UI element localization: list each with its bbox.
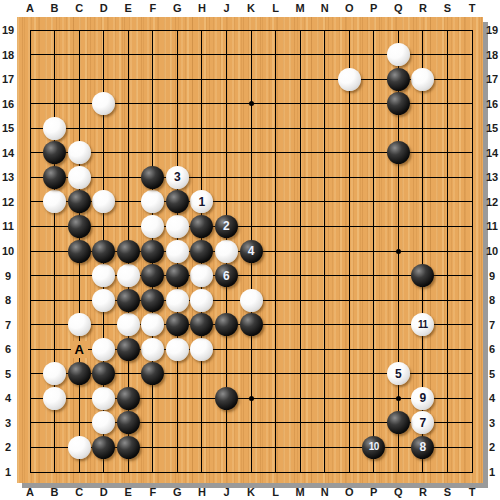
column-label-bottom-E: E xyxy=(119,484,137,500)
column-label-top-M: M xyxy=(291,0,309,16)
white-stone-F12[interactable] xyxy=(141,190,164,213)
white-stone-G8[interactable] xyxy=(166,289,189,312)
white-stone-R4[interactable]: 9 xyxy=(411,387,434,410)
black-stone-R9[interactable] xyxy=(411,264,434,287)
row-label-left-15: 15 xyxy=(0,120,16,136)
black-stone-H10[interactable] xyxy=(190,240,213,263)
row-label-right-17: 17 xyxy=(484,71,500,87)
column-label-top-J: J xyxy=(217,0,235,16)
row-label-left-18: 18 xyxy=(0,47,16,63)
black-stone-E2[interactable] xyxy=(117,436,140,459)
white-stone-G10[interactable] xyxy=(166,240,189,263)
row-label-left-8: 8 xyxy=(0,292,16,308)
black-stone-K7[interactable] xyxy=(240,313,263,336)
column-label-bottom-C: C xyxy=(70,484,88,500)
row-label-left-4: 4 xyxy=(0,390,16,406)
column-label-top-E: E xyxy=(119,0,137,16)
row-label-left-13: 13 xyxy=(0,169,16,185)
white-stone-G13[interactable]: 3 xyxy=(166,166,189,189)
white-stone-Q5[interactable]: 5 xyxy=(387,362,410,385)
black-stone-Q14[interactable] xyxy=(387,141,410,164)
black-stone-H7[interactable] xyxy=(190,313,213,336)
grid-line-vertical xyxy=(349,30,350,473)
move-number-label: 6 xyxy=(223,270,230,282)
white-stone-H6[interactable] xyxy=(190,338,213,361)
column-label-top-K: K xyxy=(242,0,260,16)
column-label-bottom-J: J xyxy=(217,484,235,500)
white-stone-D3[interactable] xyxy=(92,411,115,434)
column-label-bottom-R: R xyxy=(414,484,432,500)
column-label-bottom-P: P xyxy=(365,484,383,500)
row-label-right-10: 10 xyxy=(484,243,500,259)
move-number-label: 7 xyxy=(420,417,427,429)
black-stone-J11[interactable]: 2 xyxy=(215,215,238,238)
column-label-top-P: P xyxy=(365,0,383,16)
row-label-left-7: 7 xyxy=(0,317,16,333)
white-stone-D4[interactable] xyxy=(92,387,115,410)
white-stone-K8[interactable] xyxy=(240,289,263,312)
column-label-bottom-Q: Q xyxy=(389,484,407,500)
column-label-bottom-M: M xyxy=(291,484,309,500)
row-label-right-4: 4 xyxy=(484,390,500,406)
column-label-top-R: R xyxy=(414,0,432,16)
grid-line-vertical xyxy=(472,30,473,473)
black-stone-B14[interactable] xyxy=(43,141,66,164)
column-label-bottom-N: N xyxy=(316,484,334,500)
move-number-label: 1 xyxy=(199,196,206,208)
black-stone-B13[interactable] xyxy=(43,166,66,189)
column-label-bottom-O: O xyxy=(340,484,358,500)
white-stone-F7[interactable] xyxy=(141,313,164,336)
white-stone-E7[interactable] xyxy=(117,313,140,336)
move-number-label: 8 xyxy=(420,441,427,453)
column-label-bottom-F: F xyxy=(144,484,162,500)
column-label-bottom-D: D xyxy=(95,484,113,500)
row-label-right-12: 12 xyxy=(484,194,500,210)
white-stone-B4[interactable] xyxy=(43,387,66,410)
column-label-bottom-A: A xyxy=(21,484,39,500)
column-label-top-O: O xyxy=(340,0,358,16)
column-label-top-G: G xyxy=(168,0,186,16)
black-stone-E3[interactable] xyxy=(117,411,140,434)
white-stone-C13[interactable] xyxy=(68,166,91,189)
row-label-right-15: 15 xyxy=(484,120,500,136)
white-stone-D8[interactable] xyxy=(92,289,115,312)
column-label-bottom-K: K xyxy=(242,484,260,500)
row-label-left-10: 10 xyxy=(0,243,16,259)
white-stone-J10[interactable] xyxy=(215,240,238,263)
row-label-left-19: 19 xyxy=(0,22,16,38)
column-label-top-B: B xyxy=(46,0,64,16)
column-label-bottom-S: S xyxy=(438,484,456,500)
row-label-left-16: 16 xyxy=(0,96,16,112)
move-number-label: 9 xyxy=(420,392,427,404)
star-point xyxy=(396,249,401,254)
column-label-bottom-H: H xyxy=(193,484,211,500)
black-stone-C11[interactable] xyxy=(68,215,91,238)
white-stone-B5[interactable] xyxy=(43,362,66,385)
black-stone-G12[interactable] xyxy=(166,190,189,213)
column-label-top-S: S xyxy=(438,0,456,16)
column-label-top-N: N xyxy=(316,0,334,16)
row-label-right-3: 3 xyxy=(484,415,500,431)
column-label-top-C: C xyxy=(70,0,88,16)
white-stone-Q18[interactable] xyxy=(387,43,410,66)
black-stone-F10[interactable] xyxy=(141,240,164,263)
move-number-label: 2 xyxy=(223,220,230,232)
row-label-left-1: 1 xyxy=(0,464,16,480)
column-label-top-D: D xyxy=(95,0,113,16)
black-stone-D2[interactable] xyxy=(92,436,115,459)
row-label-right-6: 6 xyxy=(484,341,500,357)
row-label-left-17: 17 xyxy=(0,71,16,87)
row-label-left-14: 14 xyxy=(0,145,16,161)
white-stone-H12[interactable]: 1 xyxy=(190,190,213,213)
black-stone-E10[interactable] xyxy=(117,240,140,263)
star-point xyxy=(249,396,254,401)
column-label-bottom-L: L xyxy=(267,484,285,500)
white-stone-O17[interactable] xyxy=(338,68,361,91)
point-label-A-C6: A xyxy=(71,341,88,358)
white-stone-G6[interactable] xyxy=(166,338,189,361)
column-label-bottom-G: G xyxy=(168,484,186,500)
white-stone-D16[interactable] xyxy=(92,92,115,115)
row-label-right-14: 14 xyxy=(484,145,500,161)
white-stone-C14[interactable] xyxy=(68,141,91,164)
row-label-left-9: 9 xyxy=(0,268,16,284)
black-stone-K10[interactable]: 4 xyxy=(240,240,263,263)
white-stone-C7[interactable] xyxy=(68,313,91,336)
black-stone-P2[interactable]: 10 xyxy=(362,436,385,459)
move-number-label: 11 xyxy=(418,320,428,330)
white-stone-D9[interactable] xyxy=(92,264,115,287)
row-label-right-13: 13 xyxy=(484,169,500,185)
row-label-right-8: 8 xyxy=(484,292,500,308)
column-label-top-Q: Q xyxy=(389,0,407,16)
row-label-right-16: 16 xyxy=(484,96,500,112)
white-stone-D12[interactable] xyxy=(92,190,115,213)
column-label-top-H: H xyxy=(193,0,211,16)
black-stone-Q16[interactable] xyxy=(387,92,410,115)
row-label-left-5: 5 xyxy=(0,366,16,382)
move-number-label: 4 xyxy=(248,245,255,257)
black-stone-R2[interactable]: 8 xyxy=(411,436,434,459)
column-label-top-F: F xyxy=(144,0,162,16)
white-stone-H9[interactable] xyxy=(190,264,213,287)
move-number-label: 10 xyxy=(369,442,379,452)
grid-line-vertical xyxy=(373,30,374,473)
black-stone-C12[interactable] xyxy=(68,190,91,213)
white-stone-D6[interactable] xyxy=(92,338,115,361)
column-label-top-A: A xyxy=(21,0,39,16)
column-label-bottom-B: B xyxy=(46,484,64,500)
black-stone-Q3[interactable] xyxy=(387,411,410,434)
row-label-right-18: 18 xyxy=(484,47,500,63)
black-stone-H11[interactable] xyxy=(190,215,213,238)
grid-line-vertical xyxy=(324,30,325,473)
row-label-right-7: 7 xyxy=(484,317,500,333)
row-label-right-11: 11 xyxy=(484,218,500,234)
black-stone-F13[interactable] xyxy=(141,166,164,189)
grid-line-vertical xyxy=(275,30,276,473)
star-point xyxy=(396,396,401,401)
white-stone-R3[interactable]: 7 xyxy=(411,411,434,434)
grid-line-horizontal xyxy=(30,472,473,473)
grid-line-vertical xyxy=(300,30,301,473)
row-label-left-3: 3 xyxy=(0,415,16,431)
star-point xyxy=(249,101,254,106)
black-stone-F8[interactable] xyxy=(141,289,164,312)
black-stone-E8[interactable] xyxy=(117,289,140,312)
black-stone-G9[interactable] xyxy=(166,264,189,287)
row-label-left-11: 11 xyxy=(0,218,16,234)
black-stone-Q17[interactable] xyxy=(387,68,410,91)
black-stone-F9[interactable] xyxy=(141,264,164,287)
row-label-left-6: 6 xyxy=(0,341,16,357)
go-board[interactable]: A3111597246108 xyxy=(17,17,483,483)
white-stone-H8[interactable] xyxy=(190,289,213,312)
white-stone-C2[interactable] xyxy=(68,436,91,459)
white-stone-F11[interactable] xyxy=(141,215,164,238)
row-label-right-19: 19 xyxy=(484,22,500,38)
grid-line-vertical xyxy=(447,30,448,473)
row-label-right-5: 5 xyxy=(484,366,500,382)
column-label-top-T: T xyxy=(463,0,481,16)
move-number-label: 5 xyxy=(395,368,402,380)
column-label-bottom-T: T xyxy=(463,484,481,500)
row-label-left-12: 12 xyxy=(0,194,16,210)
black-stone-J4[interactable] xyxy=(215,387,238,410)
black-stone-C5[interactable] xyxy=(68,362,91,385)
move-number-label: 3 xyxy=(174,171,181,183)
black-stone-D5[interactable] xyxy=(92,362,115,385)
black-stone-J7[interactable] xyxy=(215,313,238,336)
white-stone-B12[interactable] xyxy=(43,190,66,213)
white-stone-B15[interactable] xyxy=(43,117,66,140)
white-stone-F6[interactable] xyxy=(141,338,164,361)
white-stone-R17[interactable] xyxy=(411,68,434,91)
black-stone-J9[interactable]: 6 xyxy=(215,264,238,287)
go-diagram: A3111597246108 AABBCCDDEEFFGGHHJJKKLLMMN… xyxy=(0,0,500,500)
white-stone-R7[interactable]: 11 xyxy=(411,313,434,336)
black-stone-D10[interactable] xyxy=(92,240,115,263)
row-label-right-9: 9 xyxy=(484,268,500,284)
white-stone-E9[interactable] xyxy=(117,264,140,287)
row-label-right-2: 2 xyxy=(484,439,500,455)
row-label-left-2: 2 xyxy=(0,439,16,455)
white-stone-G11[interactable] xyxy=(166,215,189,238)
black-stone-E4[interactable] xyxy=(117,387,140,410)
black-stone-C10[interactable] xyxy=(68,240,91,263)
black-stone-E6[interactable] xyxy=(117,338,140,361)
black-stone-G7[interactable] xyxy=(166,313,189,336)
row-label-right-1: 1 xyxy=(484,464,500,480)
column-label-top-L: L xyxy=(267,0,285,16)
black-stone-F5[interactable] xyxy=(141,362,164,385)
